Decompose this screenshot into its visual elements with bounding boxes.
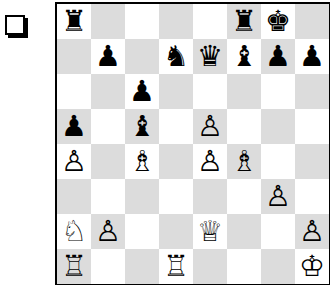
square-c5[interactable]: ♝ [125,109,159,144]
black-pawn-c6: ♟ [129,74,155,109]
black-bishop-c5: ♝ [129,109,155,144]
square-f2[interactable] [227,214,261,249]
board-frame: ♜♜♚♟♞♛♝♟♟♟♟♝♙♙♗♙♗♙♘♙♕♙♖♖♔ [55,2,330,285]
square-g2[interactable] [261,214,295,249]
square-g6[interactable] [261,74,295,109]
square-g3[interactable]: ♙ [261,179,295,214]
square-h6[interactable] [295,74,329,109]
white-bishop-c4: ♗ [129,144,155,179]
square-h4[interactable] [295,144,329,179]
black-bishop-f7: ♝ [231,39,257,74]
square-e1[interactable] [193,249,227,284]
square-b6[interactable] [91,74,125,109]
square-a8[interactable]: ♜ [57,4,91,39]
black-pawn-g7: ♟ [265,39,291,74]
square-h1[interactable]: ♔ [295,249,329,284]
square-e4[interactable]: ♙ [193,144,227,179]
chess-diagram-page: ♜♜♚♟♞♛♝♟♟♟♟♝♙♙♗♙♗♙♘♙♕♙♖♖♔ [0,0,330,285]
square-d1[interactable]: ♖ [159,249,193,284]
square-e5[interactable]: ♙ [193,109,227,144]
square-b3[interactable] [91,179,125,214]
square-h7[interactable]: ♟ [295,39,329,74]
square-f3[interactable] [227,179,261,214]
square-h5[interactable] [295,109,329,144]
square-h3[interactable] [295,179,329,214]
square-h8[interactable] [295,4,329,39]
square-f8[interactable]: ♜ [227,4,261,39]
black-pawn-h7: ♟ [299,39,325,74]
square-c3[interactable] [125,179,159,214]
square-f7[interactable]: ♝ [227,39,261,74]
square-c1[interactable] [125,249,159,284]
square-a2[interactable]: ♘ [57,214,91,249]
white-pawn-a4: ♙ [61,144,87,179]
square-c7[interactable] [125,39,159,74]
white-knight-a2: ♘ [61,214,87,249]
square-f4[interactable]: ♗ [227,144,261,179]
square-e7[interactable]: ♛ [193,39,227,74]
square-c6[interactable]: ♟ [125,74,159,109]
black-rook-a8: ♜ [61,4,87,39]
square-a5[interactable]: ♟ [57,109,91,144]
square-a4[interactable]: ♙ [57,144,91,179]
square-g4[interactable] [261,144,295,179]
white-pawn-h2: ♙ [299,214,325,249]
square-e6[interactable] [193,74,227,109]
white-pawn-g3: ♙ [265,179,291,214]
square-a7[interactable] [57,39,91,74]
square-g1[interactable] [261,249,295,284]
square-e3[interactable] [193,179,227,214]
black-rook-f8: ♜ [231,4,257,39]
square-f1[interactable] [227,249,261,284]
square-g7[interactable]: ♟ [261,39,295,74]
black-king-g8: ♚ [265,4,291,39]
square-h2[interactable]: ♙ [295,214,329,249]
square-c4[interactable]: ♗ [125,144,159,179]
white-king-h1: ♔ [299,249,325,284]
square-e2[interactable]: ♕ [193,214,227,249]
square-b4[interactable] [91,144,125,179]
white-to-move-indicator [5,15,25,35]
square-g5[interactable] [261,109,295,144]
square-a3[interactable] [57,179,91,214]
white-pawn-e5: ♙ [197,109,223,144]
square-d3[interactable] [159,179,193,214]
square-f5[interactable] [227,109,261,144]
square-e8[interactable] [193,4,227,39]
square-f6[interactable] [227,74,261,109]
square-c8[interactable] [125,4,159,39]
square-b2[interactable]: ♙ [91,214,125,249]
white-rook-a1: ♖ [61,249,87,284]
black-knight-d7: ♞ [163,39,189,74]
square-d6[interactable] [159,74,193,109]
square-d5[interactable] [159,109,193,144]
white-pawn-e4: ♙ [197,144,223,179]
square-b5[interactable] [91,109,125,144]
square-b8[interactable] [91,4,125,39]
white-bishop-f4: ♗ [231,144,257,179]
square-d4[interactable] [159,144,193,179]
square-a1[interactable]: ♖ [57,249,91,284]
square-d2[interactable] [159,214,193,249]
square-g8[interactable]: ♚ [261,4,295,39]
chess-board: ♜♜♚♟♞♛♝♟♟♟♟♝♙♙♗♙♗♙♘♙♕♙♖♖♔ [57,4,329,284]
white-queen-e2: ♕ [197,214,223,249]
square-d7[interactable]: ♞ [159,39,193,74]
square-b1[interactable] [91,249,125,284]
white-pawn-b2: ♙ [95,214,121,249]
black-pawn-b7: ♟ [95,39,121,74]
square-a6[interactable] [57,74,91,109]
square-b7[interactable]: ♟ [91,39,125,74]
black-pawn-a5: ♟ [61,109,87,144]
square-d8[interactable] [159,4,193,39]
white-rook-d1: ♖ [163,249,189,284]
square-c2[interactable] [125,214,159,249]
black-queen-e7: ♛ [197,39,223,74]
